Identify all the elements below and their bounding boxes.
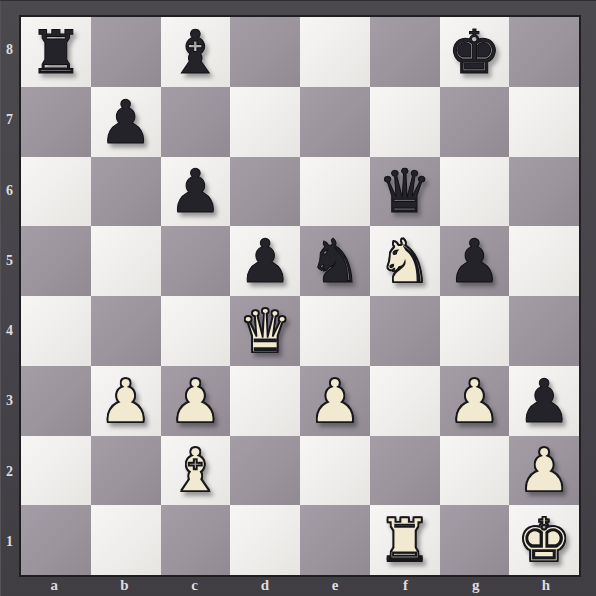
square-d3[interactable] [230,366,300,436]
rank-label: 2 [0,437,19,507]
square-d4[interactable]: ♛ [230,296,300,366]
file-labels: abcdefgh [19,577,581,596]
rank-label: 1 [0,507,19,577]
square-g2[interactable] [440,436,510,506]
piece-black-pawn[interactable]: ♟ [238,231,292,291]
piece-white-pawn[interactable]: ♟ [308,371,362,431]
piece-black-bishop[interactable]: ♝ [168,22,222,82]
square-b4[interactable] [91,296,161,366]
square-d2[interactable] [230,436,300,506]
square-e6[interactable] [300,157,370,227]
square-c8[interactable]: ♝ [161,17,231,87]
square-e7[interactable] [300,87,370,157]
square-a5[interactable] [21,226,91,296]
square-a4[interactable] [21,296,91,366]
square-e2[interactable] [300,436,370,506]
square-d5[interactable]: ♟ [230,226,300,296]
square-a2[interactable] [21,436,91,506]
chess-board: ♜♝♚♟♟♛♟♞♞♟♛♟♟♟♟♟♝♟♜♚ [19,15,581,577]
piece-black-knight[interactable]: ♞ [308,231,362,291]
square-e8[interactable] [300,17,370,87]
file-label: b [89,577,159,596]
piece-black-pawn[interactable]: ♟ [168,161,222,221]
square-h7[interactable] [509,87,579,157]
file-label: d [230,577,300,596]
piece-white-pawn[interactable]: ♟ [168,371,222,431]
square-b2[interactable] [91,436,161,506]
square-d1[interactable] [230,505,300,575]
rank-label: 7 [0,85,19,155]
square-d7[interactable] [230,87,300,157]
file-label: g [441,577,511,596]
square-f2[interactable] [370,436,440,506]
rank-label: 5 [0,226,19,296]
piece-white-king[interactable]: ♚ [517,510,571,570]
piece-white-knight[interactable]: ♞ [378,231,432,291]
square-c4[interactable] [161,296,231,366]
square-e4[interactable] [300,296,370,366]
square-a6[interactable] [21,157,91,227]
rank-label: 4 [0,296,19,366]
piece-black-pawn[interactable]: ♟ [99,92,153,152]
square-g6[interactable] [440,157,510,227]
piece-black-pawn[interactable]: ♟ [447,231,501,291]
square-h1[interactable]: ♚ [509,505,579,575]
file-label: e [300,577,370,596]
square-b6[interactable] [91,157,161,227]
square-e1[interactable] [300,505,370,575]
square-c1[interactable] [161,505,231,575]
square-g8[interactable]: ♚ [440,17,510,87]
file-label: h [511,577,581,596]
square-f4[interactable] [370,296,440,366]
square-a3[interactable] [21,366,91,436]
file-label: f [370,577,440,596]
square-h8[interactable] [509,17,579,87]
square-g4[interactable] [440,296,510,366]
chessboard-frame: 87654321 abcdefgh ♜♝♚♟♟♛♟♞♞♟♛♟♟♟♟♟♝♟♜♚ [0,0,596,596]
rank-label: 3 [0,366,19,436]
piece-white-pawn[interactable]: ♟ [517,440,571,500]
square-c3[interactable]: ♟ [161,366,231,436]
piece-white-pawn[interactable]: ♟ [99,371,153,431]
square-h4[interactable] [509,296,579,366]
rank-label: 8 [0,15,19,85]
square-g7[interactable] [440,87,510,157]
square-f7[interactable] [370,87,440,157]
square-c5[interactable] [161,226,231,296]
square-f6[interactable]: ♛ [370,157,440,227]
square-d8[interactable] [230,17,300,87]
square-c2[interactable]: ♝ [161,436,231,506]
square-b7[interactable]: ♟ [91,87,161,157]
square-b5[interactable] [91,226,161,296]
piece-white-rook[interactable]: ♜ [378,510,432,570]
square-e3[interactable]: ♟ [300,366,370,436]
square-d6[interactable] [230,157,300,227]
square-c7[interactable] [161,87,231,157]
square-g3[interactable]: ♟ [440,366,510,436]
piece-black-king[interactable]: ♚ [447,22,501,82]
square-e5[interactable]: ♞ [300,226,370,296]
piece-white-queen[interactable]: ♛ [238,301,292,361]
rank-labels: 87654321 [0,15,19,577]
square-a7[interactable] [21,87,91,157]
square-h5[interactable] [509,226,579,296]
piece-black-rook[interactable]: ♜ [29,22,83,82]
square-a8[interactable]: ♜ [21,17,91,87]
piece-black-pawn[interactable]: ♟ [517,371,571,431]
square-f5[interactable]: ♞ [370,226,440,296]
square-g5[interactable]: ♟ [440,226,510,296]
square-g1[interactable] [440,505,510,575]
rank-label: 6 [0,156,19,226]
square-f3[interactable] [370,366,440,436]
square-h3[interactable]: ♟ [509,366,579,436]
piece-white-bishop[interactable]: ♝ [168,440,222,500]
square-c6[interactable]: ♟ [161,157,231,227]
square-f8[interactable] [370,17,440,87]
square-b3[interactable]: ♟ [91,366,161,436]
square-h6[interactable] [509,157,579,227]
file-label: a [19,577,89,596]
file-label: c [160,577,230,596]
square-a1[interactable] [21,505,91,575]
piece-black-queen[interactable]: ♛ [378,161,432,221]
square-b1[interactable] [91,505,161,575]
square-f1[interactable]: ♜ [370,505,440,575]
square-h2[interactable]: ♟ [509,436,579,506]
square-b8[interactable] [91,17,161,87]
piece-white-pawn[interactable]: ♟ [447,371,501,431]
